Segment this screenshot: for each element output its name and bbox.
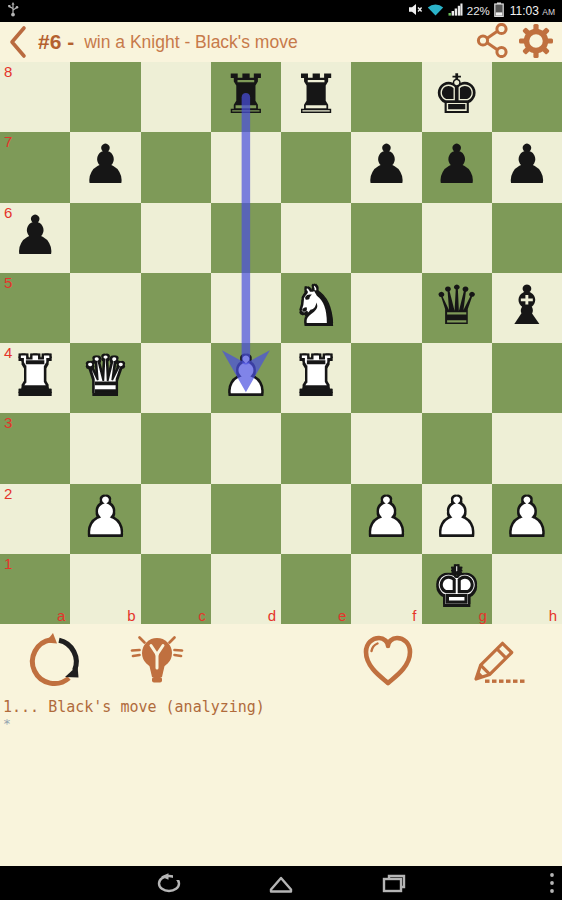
file-label-c: c — [198, 607, 206, 624]
square-f1[interactable]: f — [351, 554, 421, 624]
square-e5[interactable]: ♞ — [281, 273, 351, 343]
square-a4[interactable]: 4♜ — [0, 343, 70, 413]
piece-black-rook-d8: ♜ — [222, 68, 270, 122]
square-d7[interactable] — [211, 132, 281, 202]
clock-time: 11:03 — [510, 4, 539, 18]
piece-black-pawn-g7: ♟ — [432, 138, 480, 192]
nav-home-icon — [268, 874, 294, 893]
square-h3[interactable] — [492, 413, 562, 483]
square-d2[interactable] — [211, 484, 281, 554]
edit-button[interactable] — [468, 629, 532, 690]
square-d1[interactable]: d — [211, 554, 281, 624]
square-c6[interactable] — [141, 203, 211, 273]
square-f7[interactable]: ♟ — [351, 132, 421, 202]
square-h4[interactable] — [492, 343, 562, 413]
square-a3[interactable]: 3 — [0, 413, 70, 483]
back-button[interactable] — [8, 25, 28, 59]
square-a5[interactable]: 5 — [0, 273, 70, 343]
square-b2[interactable]: ♟ — [70, 484, 140, 554]
square-e4[interactable]: ♜ — [281, 343, 351, 413]
square-d5[interactable] — [211, 273, 281, 343]
square-c4[interactable] — [141, 343, 211, 413]
nav-home-button[interactable] — [268, 866, 294, 900]
android-nav-bar — [0, 866, 562, 900]
piece-white-pawn-g2: ♟ — [432, 490, 480, 544]
puzzle-number: #6 - — [38, 30, 74, 54]
hint-button[interactable] — [128, 629, 186, 692]
back-chevron-icon — [8, 25, 28, 59]
square-g2[interactable]: ♟ — [422, 484, 492, 554]
square-g8[interactable]: ♚ — [422, 62, 492, 132]
rank-label-2: 2 — [4, 485, 12, 502]
restart-icon — [26, 632, 84, 690]
square-h5[interactable]: ♝ — [492, 273, 562, 343]
rank-label-5: 5 — [4, 274, 12, 291]
move-list-line: 1... Black's move (analyzing) — [3, 698, 265, 716]
share-button[interactable] — [476, 23, 509, 61]
settings-button[interactable] — [518, 23, 554, 62]
piece-white-pawn-b2: ♟ — [81, 490, 129, 544]
piece-black-bishop-h5: ♝ — [503, 279, 551, 333]
square-a8[interactable]: 8 — [0, 62, 70, 132]
square-c1[interactable]: c — [141, 554, 211, 624]
square-h8[interactable] — [492, 62, 562, 132]
square-g3[interactable] — [422, 413, 492, 483]
volume-muted-icon — [408, 2, 423, 20]
battery-icon — [494, 2, 504, 21]
rank-label-7: 7 — [4, 133, 12, 150]
square-e1[interactable]: e — [281, 554, 351, 624]
piece-white-rook-e4: ♜ — [292, 349, 340, 403]
square-c5[interactable] — [141, 273, 211, 343]
usb-debug-icon — [7, 2, 19, 21]
square-b6[interactable] — [70, 203, 140, 273]
square-a7[interactable]: 7 — [0, 132, 70, 202]
square-f3[interactable] — [351, 413, 421, 483]
square-e7[interactable] — [281, 132, 351, 202]
square-f6[interactable] — [351, 203, 421, 273]
piece-black-king-g8: ♚ — [432, 68, 480, 122]
rank-label-1: 1 — [4, 555, 12, 572]
square-h6[interactable] — [492, 203, 562, 273]
nav-back-button[interactable] — [154, 866, 186, 900]
status-bar: 22% 11:03 AM — [0, 0, 562, 22]
file-label-a: a — [57, 607, 65, 624]
favorite-button[interactable] — [357, 631, 419, 692]
square-f2[interactable]: ♟ — [351, 484, 421, 554]
square-b4[interactable]: ♛ — [70, 343, 140, 413]
page-title: win a Knight - Black's move — [84, 32, 476, 53]
square-b8[interactable] — [70, 62, 140, 132]
square-f5[interactable] — [351, 273, 421, 343]
screen: 22% 11:03 AM #6 - win a Knight - Black's… — [0, 0, 562, 900]
square-b3[interactable] — [70, 413, 140, 483]
square-f8[interactable] — [351, 62, 421, 132]
overflow-menu-icon — [548, 872, 556, 894]
piece-white-knight-e5: ♞ — [292, 279, 340, 333]
piece-black-rook-e8: ♜ — [292, 68, 340, 122]
annotation-star: * — [3, 716, 11, 731]
piece-black-pawn-f7: ♟ — [362, 138, 410, 192]
square-d4[interactable]: ♟ — [211, 343, 281, 413]
piece-black-pawn-a6: ♟ — [11, 209, 59, 263]
square-b7[interactable]: ♟ — [70, 132, 140, 202]
square-e6[interactable] — [281, 203, 351, 273]
clock-meridiem: AM — [542, 7, 555, 17]
file-label-e: e — [338, 607, 346, 624]
file-label-b: b — [127, 607, 135, 624]
square-h2[interactable]: ♟ — [492, 484, 562, 554]
square-h7[interactable]: ♟ — [492, 132, 562, 202]
square-c2[interactable] — [141, 484, 211, 554]
piece-white-pawn-d4: ♟ — [222, 349, 270, 403]
chess-board: 8♜♜♚7♟♟♟♟6♟5♞♛♝4♜♛♟♜32♟♟♟♟1abcdefg♚h — [0, 62, 562, 624]
overflow-menu-button[interactable] — [548, 866, 556, 900]
piece-black-pawn-h7: ♟ — [503, 138, 551, 192]
piece-white-pawn-h2: ♟ — [503, 490, 551, 544]
settings-gear-icon — [518, 23, 554, 59]
square-a1[interactable]: 1a — [0, 554, 70, 624]
square-a6[interactable]: 6♟ — [0, 203, 70, 273]
pencil-icon — [468, 629, 532, 687]
square-e8[interactable]: ♜ — [281, 62, 351, 132]
square-g5[interactable]: ♛ — [422, 273, 492, 343]
square-f4[interactable] — [351, 343, 421, 413]
square-g6[interactable] — [422, 203, 492, 273]
file-label-d: d — [268, 607, 276, 624]
square-h1[interactable]: h — [492, 554, 562, 624]
square-a2[interactable]: 2 — [0, 484, 70, 554]
rank-label-3: 3 — [4, 414, 12, 431]
square-e3[interactable] — [281, 413, 351, 483]
piece-white-rook-a4: ♜ — [11, 349, 59, 403]
square-g4[interactable] — [422, 343, 492, 413]
piece-black-queen-g5: ♛ — [432, 279, 480, 333]
heart-icon — [357, 631, 419, 689]
nav-recents-button[interactable] — [382, 866, 406, 900]
square-d3[interactable] — [211, 413, 281, 483]
lightbulb-icon — [128, 629, 186, 689]
nav-back-icon — [154, 873, 186, 894]
wifi-icon — [427, 2, 444, 20]
square-c7[interactable] — [141, 132, 211, 202]
square-g1[interactable]: g♚ — [422, 554, 492, 624]
square-e2[interactable] — [281, 484, 351, 554]
cell-signal-icon — [448, 2, 463, 20]
piece-white-pawn-f2: ♟ — [362, 490, 410, 544]
square-c8[interactable] — [141, 62, 211, 132]
share-icon — [476, 23, 509, 58]
file-label-h: h — [549, 607, 557, 624]
restart-button[interactable] — [26, 632, 84, 693]
rank-label-8: 8 — [4, 63, 12, 80]
header: #6 - win a Knight - Black's move — [0, 22, 562, 62]
bottom-panel: 1... Black's move (analyzing) * — [0, 624, 562, 866]
piece-white-king-g1: ♚ — [432, 560, 480, 614]
square-b1[interactable]: b — [70, 554, 140, 624]
square-d8[interactable]: ♜ — [211, 62, 281, 132]
square-g7[interactable]: ♟ — [422, 132, 492, 202]
piece-black-pawn-b7: ♟ — [81, 138, 129, 192]
battery-percent: 22% — [467, 5, 490, 17]
nav-recents-icon — [382, 874, 406, 893]
square-c3[interactable] — [141, 413, 211, 483]
square-d6[interactable] — [211, 203, 281, 273]
square-b5[interactable] — [70, 273, 140, 343]
file-label-f: f — [412, 607, 416, 624]
piece-white-queen-b4: ♛ — [81, 349, 129, 403]
